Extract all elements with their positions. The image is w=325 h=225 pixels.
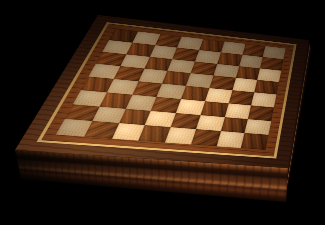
chessboard bbox=[15, 15, 308, 168]
photo-stage bbox=[0, 0, 325, 225]
square-h1 bbox=[241, 133, 268, 150]
square-g1 bbox=[216, 131, 244, 148]
